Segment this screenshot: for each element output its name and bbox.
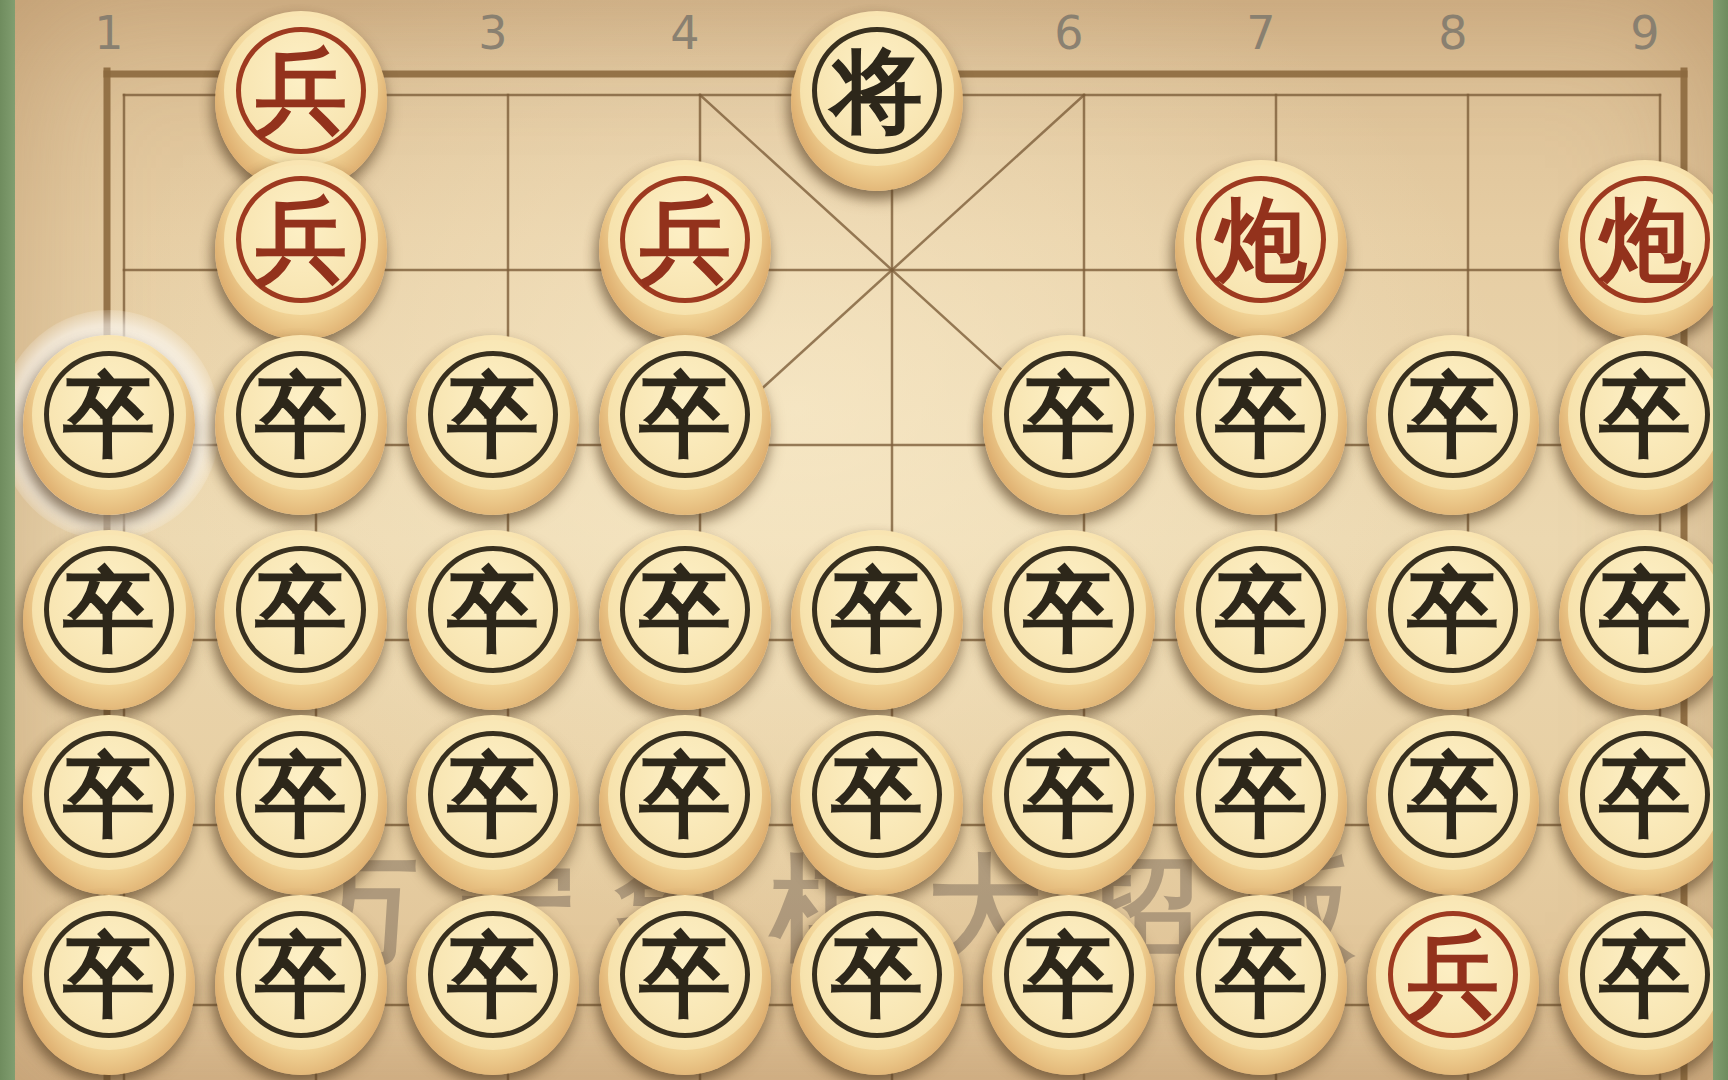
piece-black-soldier[interactable]: 卒 (1559, 715, 1728, 895)
piece-black-soldier[interactable]: 卒 (599, 530, 771, 710)
piece-glyph: 卒 (407, 538, 579, 682)
piece-black-general[interactable]: 将 (791, 11, 963, 191)
piece-glyph: 卒 (1175, 903, 1347, 1047)
piece-glyph: 卒 (983, 723, 1155, 867)
piece-black-soldier[interactable]: 卒 (407, 715, 579, 895)
piece-glyph: 兵 (599, 168, 771, 312)
piece-glyph: 卒 (407, 903, 579, 1047)
piece-black-soldier[interactable]: 卒 (983, 530, 1155, 710)
piece-glyph: 卒 (215, 903, 387, 1047)
piece-black-soldier[interactable]: 卒 (983, 895, 1155, 1075)
piece-glyph: 卒 (1559, 723, 1728, 867)
piece-black-soldier[interactable]: 卒 (1175, 895, 1347, 1075)
piece-black-soldier[interactable]: 卒 (23, 895, 195, 1075)
piece-glyph: 卒 (1367, 343, 1539, 487)
piece-red-soldier[interactable]: 兵 (215, 160, 387, 340)
piece-glyph: 炮 (1559, 168, 1728, 312)
piece-black-soldier[interactable]: 卒 (599, 715, 771, 895)
piece-glyph: 炮 (1175, 168, 1347, 312)
piece-black-soldier[interactable]: 卒 (1367, 335, 1539, 515)
piece-black-soldier[interactable]: 卒 (23, 530, 195, 710)
column-label-6: 6 (1039, 6, 1099, 60)
piece-black-soldier[interactable]: 卒 (215, 895, 387, 1075)
piece-black-soldier[interactable]: 卒 (1367, 530, 1539, 710)
piece-glyph: 卒 (983, 538, 1155, 682)
column-label-4: 4 (655, 6, 715, 60)
piece-black-soldier[interactable]: 卒 (983, 715, 1155, 895)
piece-glyph: 卒 (599, 903, 771, 1047)
piece-glyph: 卒 (23, 343, 195, 487)
column-label-8: 8 (1423, 6, 1483, 60)
piece-glyph: 卒 (23, 903, 195, 1047)
piece-glyph: 卒 (791, 903, 963, 1047)
column-label-1: 1 (79, 6, 139, 60)
piece-black-soldier[interactable]: 卒 (407, 895, 579, 1075)
piece-black-soldier[interactable]: 卒 (1559, 530, 1728, 710)
piece-glyph: 卒 (1175, 723, 1347, 867)
piece-glyph: 卒 (1367, 723, 1539, 867)
xiangqi-board[interactable]: 123456789 万宁象棋大招版 兵将兵兵炮炮卒卒卒卒卒卒卒卒卒卒卒卒卒卒卒卒… (15, 0, 1713, 1080)
piece-glyph: 卒 (1559, 343, 1728, 487)
piece-glyph: 兵 (215, 168, 387, 312)
piece-black-soldier[interactable]: 卒 (1559, 895, 1728, 1075)
piece-glyph: 卒 (215, 538, 387, 682)
column-label-3: 3 (463, 6, 523, 60)
piece-red-cannon[interactable]: 炮 (1559, 160, 1728, 340)
piece-black-soldier[interactable]: 卒 (1367, 715, 1539, 895)
piece-black-soldier[interactable]: 卒 (599, 335, 771, 515)
piece-black-soldier[interactable]: 卒 (983, 335, 1155, 515)
piece-glyph: 兵 (1367, 903, 1539, 1047)
piece-black-soldier[interactable]: 卒 (215, 715, 387, 895)
piece-glyph: 卒 (407, 343, 579, 487)
piece-red-soldier[interactable]: 兵 (599, 160, 771, 340)
piece-glyph: 卒 (23, 538, 195, 682)
piece-glyph: 将 (791, 19, 963, 163)
piece-glyph: 卒 (1175, 343, 1347, 487)
piece-glyph: 卒 (1367, 538, 1539, 682)
piece-black-soldier[interactable]: 卒 (215, 335, 387, 515)
column-label-9: 9 (1615, 6, 1675, 60)
piece-glyph: 卒 (215, 343, 387, 487)
piece-glyph: 卒 (983, 903, 1155, 1047)
piece-glyph: 卒 (215, 723, 387, 867)
piece-glyph: 卒 (1559, 903, 1728, 1047)
piece-black-soldier[interactable]: 卒 (791, 715, 963, 895)
piece-glyph: 卒 (407, 723, 579, 867)
screenshot-frame: 123456789 万宁象棋大招版 兵将兵兵炮炮卒卒卒卒卒卒卒卒卒卒卒卒卒卒卒卒… (0, 0, 1728, 1080)
piece-glyph: 卒 (1175, 538, 1347, 682)
piece-black-soldier[interactable]: 卒 (791, 895, 963, 1075)
piece-black-soldier[interactable]: 卒 (1175, 715, 1347, 895)
piece-glyph: 卒 (599, 538, 771, 682)
letterbox-right (1713, 0, 1728, 1080)
piece-red-soldier[interactable]: 兵 (1367, 895, 1539, 1075)
piece-glyph: 卒 (599, 343, 771, 487)
piece-glyph: 卒 (1559, 538, 1728, 682)
piece-black-soldier[interactable]: 卒 (23, 335, 195, 515)
piece-glyph: 卒 (599, 723, 771, 867)
piece-black-soldier[interactable]: 卒 (215, 530, 387, 710)
piece-glyph: 卒 (983, 343, 1155, 487)
piece-black-soldier[interactable]: 卒 (599, 895, 771, 1075)
piece-red-cannon[interactable]: 炮 (1175, 160, 1347, 340)
column-label-7: 7 (1231, 6, 1291, 60)
piece-black-soldier[interactable]: 卒 (1175, 335, 1347, 515)
piece-black-soldier[interactable]: 卒 (407, 530, 579, 710)
piece-glyph: 卒 (23, 723, 195, 867)
piece-black-soldier[interactable]: 卒 (1559, 335, 1728, 515)
letterbox-left (0, 0, 15, 1080)
piece-glyph: 卒 (791, 538, 963, 682)
piece-black-soldier[interactable]: 卒 (407, 335, 579, 515)
piece-black-soldier[interactable]: 卒 (1175, 530, 1347, 710)
piece-black-soldier[interactable]: 卒 (23, 715, 195, 895)
piece-black-soldier[interactable]: 卒 (791, 530, 963, 710)
piece-glyph: 卒 (791, 723, 963, 867)
piece-glyph: 兵 (215, 19, 387, 163)
